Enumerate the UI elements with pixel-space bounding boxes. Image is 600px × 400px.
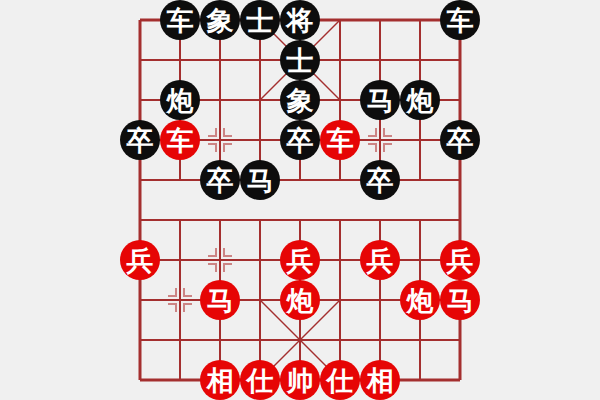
cell-5-4	[280, 200, 320, 240]
cell-5-1	[160, 200, 200, 240]
cell-8-0	[120, 320, 160, 360]
cell-9-6: 相	[360, 360, 400, 400]
cell-8-3	[240, 320, 280, 360]
cell-3-7	[400, 120, 440, 160]
cell-7-0	[120, 280, 160, 320]
cell-4-0	[120, 160, 160, 200]
cell-2-7: 炮	[400, 80, 440, 120]
cell-5-2	[200, 200, 240, 240]
cell-5-7	[400, 200, 440, 240]
cell-6-2	[200, 240, 240, 280]
xiangqi-screenshot: 车象士将车士炮象马炮卒车卒车卒卒马卒兵兵兵兵马炮炮马相仕帅仕相	[0, 0, 600, 400]
cell-7-7: 炮	[400, 280, 440, 320]
cell-4-8	[440, 160, 480, 200]
cell-4-5	[320, 160, 360, 200]
cell-3-8: 卒	[440, 120, 480, 160]
cell-4-1	[160, 160, 200, 200]
cell-0-1: 车	[160, 0, 200, 40]
cell-4-4	[280, 160, 320, 200]
cell-5-6	[360, 200, 400, 240]
piece-black-soldier[interactable]: 卒	[200, 160, 240, 200]
piece-black-advisor[interactable]: 士	[240, 0, 280, 40]
piece-red-general[interactable]: 帅	[280, 360, 320, 400]
cell-4-3: 马	[240, 160, 280, 200]
piece-red-cannon[interactable]: 炮	[280, 280, 320, 320]
cell-3-1: 车	[160, 120, 200, 160]
cell-9-2: 相	[200, 360, 240, 400]
piece-black-elephant[interactable]: 象	[280, 80, 320, 120]
cell-6-4: 兵	[280, 240, 320, 280]
piece-red-soldier[interactable]: 兵	[280, 240, 320, 280]
piece-red-elephant[interactable]: 相	[200, 360, 240, 400]
cell-9-8	[440, 360, 480, 400]
piece-black-soldier[interactable]: 卒	[360, 160, 400, 200]
cell-2-8	[440, 80, 480, 120]
cell-6-8: 兵	[440, 240, 480, 280]
cell-0-4: 将	[280, 0, 320, 40]
cell-1-5	[320, 40, 360, 80]
piece-black-soldier[interactable]: 卒	[440, 120, 480, 160]
cell-3-5: 车	[320, 120, 360, 160]
cell-8-7	[400, 320, 440, 360]
cell-1-6	[360, 40, 400, 80]
cell-1-8	[440, 40, 480, 80]
cell-1-7	[400, 40, 440, 80]
cell-1-3	[240, 40, 280, 80]
piece-black-horse[interactable]: 马	[240, 160, 280, 200]
cell-0-6	[360, 0, 400, 40]
cell-1-1	[160, 40, 200, 80]
cell-6-3	[240, 240, 280, 280]
piece-red-advisor[interactable]: 仕	[240, 360, 280, 400]
cell-7-4: 炮	[280, 280, 320, 320]
cell-8-8	[440, 320, 480, 360]
cell-4-7	[400, 160, 440, 200]
cell-3-4: 卒	[280, 120, 320, 160]
cell-3-0: 卒	[120, 120, 160, 160]
cell-0-5	[320, 0, 360, 40]
cell-3-2	[200, 120, 240, 160]
piece-red-cannon[interactable]: 炮	[400, 280, 440, 320]
cell-3-6	[360, 120, 400, 160]
cell-9-4: 帅	[280, 360, 320, 400]
cell-0-7	[400, 0, 440, 40]
cell-2-6: 马	[360, 80, 400, 120]
cell-7-3	[240, 280, 280, 320]
cell-2-1: 炮	[160, 80, 200, 120]
cell-5-3	[240, 200, 280, 240]
piece-red-horse[interactable]: 马	[200, 280, 240, 320]
piece-red-horse[interactable]: 马	[440, 280, 480, 320]
cell-2-3	[240, 80, 280, 120]
piece-black-elephant[interactable]: 象	[200, 0, 240, 40]
piece-red-soldier[interactable]: 兵	[360, 240, 400, 280]
cell-7-5	[320, 280, 360, 320]
cell-6-7	[400, 240, 440, 280]
piece-red-chariot[interactable]: 车	[320, 120, 360, 160]
cell-9-7	[400, 360, 440, 400]
piece-black-cannon[interactable]: 炮	[400, 80, 440, 120]
cell-2-4: 象	[280, 80, 320, 120]
piece-black-horse[interactable]: 马	[360, 80, 400, 120]
cell-7-1	[160, 280, 200, 320]
cell-8-1	[160, 320, 200, 360]
piece-black-soldier[interactable]: 卒	[280, 120, 320, 160]
cell-9-5: 仕	[320, 360, 360, 400]
piece-black-chariot[interactable]: 车	[160, 0, 200, 40]
cell-8-2	[200, 320, 240, 360]
cell-8-5	[320, 320, 360, 360]
cell-1-4: 士	[280, 40, 320, 80]
cell-5-0	[120, 200, 160, 240]
piece-red-chariot[interactable]: 车	[160, 120, 200, 160]
cell-6-1	[160, 240, 200, 280]
cell-9-0	[120, 360, 160, 400]
piece-black-chariot[interactable]: 车	[440, 0, 480, 40]
piece-black-general[interactable]: 将	[280, 0, 320, 40]
cell-8-4	[280, 320, 320, 360]
cell-0-3: 士	[240, 0, 280, 40]
cell-5-8	[440, 200, 480, 240]
cell-6-6: 兵	[360, 240, 400, 280]
cell-7-6	[360, 280, 400, 320]
cell-0-8: 车	[440, 0, 480, 40]
cell-4-6: 卒	[360, 160, 400, 200]
cell-9-3: 仕	[240, 360, 280, 400]
cell-0-2: 象	[200, 0, 240, 40]
cell-7-8: 马	[440, 280, 480, 320]
piece-red-soldier[interactable]: 兵	[440, 240, 480, 280]
piece-red-soldier[interactable]: 兵	[120, 240, 160, 280]
piece-black-cannon[interactable]: 炮	[160, 80, 200, 120]
piece-black-advisor[interactable]: 士	[280, 40, 320, 80]
cell-1-2	[200, 40, 240, 80]
cell-3-3	[240, 120, 280, 160]
cell-1-0	[120, 40, 160, 80]
piece-black-soldier[interactable]: 卒	[120, 120, 160, 160]
cell-9-1	[160, 360, 200, 400]
cell-2-5	[320, 80, 360, 120]
cell-5-5	[320, 200, 360, 240]
xiangqi-board: 车象士将车士炮象马炮卒车卒车卒卒马卒兵兵兵兵马炮炮马相仕帅仕相	[120, 0, 480, 400]
cell-6-0: 兵	[120, 240, 160, 280]
cell-7-2: 马	[200, 280, 240, 320]
cell-0-0	[120, 0, 160, 40]
piece-red-advisor[interactable]: 仕	[320, 360, 360, 400]
cell-8-6	[360, 320, 400, 360]
piece-red-elephant[interactable]: 相	[360, 360, 400, 400]
cell-4-2: 卒	[200, 160, 240, 200]
cell-2-0	[120, 80, 160, 120]
cell-6-5	[320, 240, 360, 280]
cell-2-2	[200, 80, 240, 120]
